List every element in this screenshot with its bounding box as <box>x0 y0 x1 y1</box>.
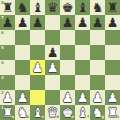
white-pawn[interactable]: ♟ <box>105 90 120 105</box>
square-h7[interactable]: ♟ <box>105 15 120 30</box>
coord-rank-6: 6 <box>1 31 4 35</box>
square-h4[interactable] <box>105 60 120 75</box>
white-pawn[interactable]: ♟ <box>0 90 15 105</box>
square-b2[interactable]: ♟ <box>15 90 30 105</box>
black-queen[interactable]: ♛ <box>45 0 60 15</box>
square-b4[interactable] <box>15 60 30 75</box>
black-pawn[interactable]: ♟ <box>15 15 30 30</box>
square-a5[interactable]: 5 <box>0 45 15 60</box>
square-e6[interactable] <box>60 30 75 45</box>
square-g8[interactable]: ♞ <box>90 0 105 15</box>
black-king[interactable]: ♚ <box>60 0 75 15</box>
square-a7[interactable]: 7♟ <box>0 15 15 30</box>
square-a3[interactable]: 3 <box>0 75 15 90</box>
black-pawn[interactable]: ♟ <box>45 45 60 60</box>
square-c5[interactable] <box>30 45 45 60</box>
square-e3[interactable] <box>60 75 75 90</box>
square-b8[interactable]: ♞ <box>15 0 30 15</box>
square-f6[interactable] <box>75 30 90 45</box>
square-f5[interactable] <box>75 45 90 60</box>
square-c3[interactable] <box>30 75 45 90</box>
square-f3[interactable] <box>75 75 90 90</box>
white-knight[interactable]: ♞ <box>15 105 30 120</box>
square-g1[interactable]: g♞ <box>90 105 105 120</box>
square-g3[interactable] <box>90 75 105 90</box>
coord-rank-3: 3 <box>1 76 4 80</box>
black-pawn[interactable]: ♟ <box>90 15 105 30</box>
square-a4[interactable]: 4 <box>0 60 15 75</box>
square-c7[interactable]: ♟ <box>30 15 45 30</box>
square-f1[interactable]: f♝ <box>75 105 90 120</box>
square-h3[interactable] <box>105 75 120 90</box>
white-pawn[interactable]: ♟ <box>45 60 60 75</box>
square-d6[interactable] <box>45 30 60 45</box>
square-h5[interactable] <box>105 45 120 60</box>
white-pawn[interactable]: ♟ <box>75 90 90 105</box>
square-e2[interactable]: ♟ <box>60 90 75 105</box>
square-h8[interactable]: ♜ <box>105 0 120 15</box>
square-c8[interactable]: ♝ <box>30 0 45 15</box>
square-d5[interactable]: ♟ <box>45 45 60 60</box>
square-h6[interactable] <box>105 30 120 45</box>
square-d4[interactable]: ♟ <box>45 60 60 75</box>
black-bishop[interactable]: ♝ <box>75 0 90 15</box>
white-king[interactable]: ♚ <box>60 105 75 120</box>
coord-rank-5: 5 <box>1 46 4 50</box>
square-c2[interactable] <box>30 90 45 105</box>
black-pawn[interactable]: ♟ <box>75 15 90 30</box>
square-e5[interactable] <box>60 45 75 60</box>
white-pawn[interactable]: ♟ <box>60 90 75 105</box>
square-g7[interactable]: ♟ <box>90 15 105 30</box>
square-h1[interactable]: h♜ <box>105 105 120 120</box>
black-pawn[interactable]: ♟ <box>60 15 75 30</box>
square-e8[interactable]: ♚ <box>60 0 75 15</box>
chess-board-wrapper: 8♜♞♝♛♚♝♞♜7♟♟♟♟♟♟♟65♟4♟♟32♟♟♟♟♟♟1a♜b♞c♝d♛… <box>0 0 120 120</box>
white-knight[interactable]: ♞ <box>90 105 105 120</box>
chess-board: 8♜♞♝♛♚♝♞♜7♟♟♟♟♟♟♟65♟4♟♟32♟♟♟♟♟♟1a♜b♞c♝d♛… <box>0 0 120 120</box>
black-pawn[interactable]: ♟ <box>30 15 45 30</box>
black-pawn[interactable]: ♟ <box>0 15 15 30</box>
square-g4[interactable] <box>90 60 105 75</box>
square-b6[interactable] <box>15 30 30 45</box>
square-d8[interactable]: ♛ <box>45 0 60 15</box>
square-f2[interactable]: ♟ <box>75 90 90 105</box>
white-pawn[interactable]: ♟ <box>15 90 30 105</box>
square-e1[interactable]: e♚ <box>60 105 75 120</box>
white-bishop[interactable]: ♝ <box>30 105 45 120</box>
square-c4[interactable]: ♟ <box>30 60 45 75</box>
white-rook[interactable]: ♜ <box>0 105 15 120</box>
black-rook[interactable]: ♜ <box>105 0 120 15</box>
square-b5[interactable] <box>15 45 30 60</box>
square-g6[interactable] <box>90 30 105 45</box>
white-pawn[interactable]: ♟ <box>90 90 105 105</box>
black-pawn[interactable]: ♟ <box>105 15 120 30</box>
square-d7[interactable] <box>45 15 60 30</box>
square-a8[interactable]: 8♜ <box>0 0 15 15</box>
square-b7[interactable]: ♟ <box>15 15 30 30</box>
black-bishop[interactable]: ♝ <box>30 0 45 15</box>
white-queen[interactable]: ♛ <box>45 105 60 120</box>
white-rook[interactable]: ♜ <box>105 105 120 120</box>
black-rook[interactable]: ♜ <box>0 0 15 15</box>
square-b3[interactable] <box>15 75 30 90</box>
square-d2[interactable] <box>45 90 60 105</box>
square-d1[interactable]: d♛ <box>45 105 60 120</box>
square-a2[interactable]: 2♟ <box>0 90 15 105</box>
square-g2[interactable]: ♟ <box>90 90 105 105</box>
square-e4[interactable] <box>60 60 75 75</box>
black-knight[interactable]: ♞ <box>90 0 105 15</box>
square-a6[interactable]: 6 <box>0 30 15 45</box>
square-b1[interactable]: b♞ <box>15 105 30 120</box>
white-bishop[interactable]: ♝ <box>75 105 90 120</box>
square-g5[interactable] <box>90 45 105 60</box>
square-e7[interactable]: ♟ <box>60 15 75 30</box>
black-knight[interactable]: ♞ <box>15 0 30 15</box>
square-f4[interactable] <box>75 60 90 75</box>
square-h2[interactable]: ♟ <box>105 90 120 105</box>
coord-rank-4: 4 <box>1 61 4 65</box>
white-pawn[interactable]: ♟ <box>30 60 45 75</box>
square-c1[interactable]: c♝ <box>30 105 45 120</box>
square-f7[interactable]: ♟ <box>75 15 90 30</box>
square-f8[interactable]: ♝ <box>75 0 90 15</box>
square-a1[interactable]: 1a♜ <box>0 105 15 120</box>
square-d3[interactable] <box>45 75 60 90</box>
square-c6[interactable] <box>30 30 45 45</box>
